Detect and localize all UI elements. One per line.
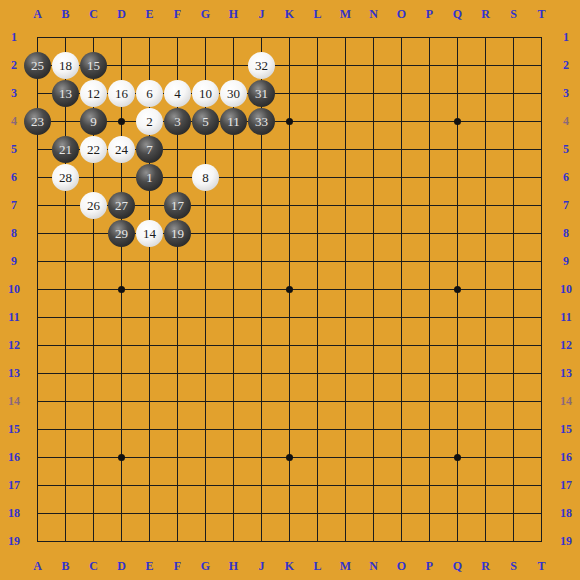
stone-black-C4[interactable]: 9 [80, 108, 107, 135]
coord-label-row-12: 12 [552, 332, 580, 360]
coord-label-col-S: S [500, 0, 528, 28]
coord-label-row-3: 3 [0, 80, 28, 108]
coord-label-col-C: C [80, 552, 108, 580]
stone-white-D3[interactable]: 16 [108, 80, 135, 107]
coord-label-col-L: L [304, 552, 332, 580]
coord-label-col-B: B [52, 552, 80, 580]
coord-label-col-A: A [24, 552, 52, 580]
coord-label-row-9: 9 [0, 248, 28, 276]
coord-label-row-8: 8 [552, 220, 580, 248]
move-number: 26 [87, 199, 100, 212]
move-number: 11 [227, 115, 240, 128]
coord-label-col-R: R [472, 0, 500, 28]
coord-label-col-K: K [276, 0, 304, 28]
stone-black-H4[interactable]: 11 [220, 108, 247, 135]
move-number: 10 [199, 87, 212, 100]
stone-black-D8[interactable]: 29 [108, 220, 135, 247]
coord-label-row-15: 15 [0, 416, 28, 444]
stone-black-F8[interactable]: 19 [164, 220, 191, 247]
move-number: 30 [227, 87, 240, 100]
move-number: 22 [87, 143, 100, 156]
column-labels-top: ABCDEFGHJKLMNOPQRST [24, 0, 556, 28]
move-number: 33 [255, 115, 268, 128]
row-labels-left: 12345678910111213141516171819 [0, 24, 28, 556]
coord-label-row-19: 19 [0, 528, 28, 556]
coord-label-col-H: H [220, 0, 248, 28]
move-number: 3 [174, 115, 181, 128]
coord-label-row-15: 15 [552, 416, 580, 444]
coord-label-col-P: P [416, 0, 444, 28]
coord-label-row-11: 11 [0, 304, 28, 332]
coord-label-row-13: 13 [0, 360, 28, 388]
coord-label-row-11: 11 [552, 304, 580, 332]
coord-label-col-G: G [192, 552, 220, 580]
stone-black-B3[interactable]: 13 [52, 80, 79, 107]
stone-white-F3[interactable]: 4 [164, 80, 191, 107]
coord-label-row-9: 9 [552, 248, 580, 276]
move-number: 8 [202, 171, 209, 184]
coord-label-row-7: 7 [552, 192, 580, 220]
stone-white-C7[interactable]: 26 [80, 192, 107, 219]
move-number: 13 [59, 87, 72, 100]
stone-black-D7[interactable]: 27 [108, 192, 135, 219]
stone-white-E3[interactable]: 6 [136, 80, 163, 107]
move-number: 23 [31, 115, 44, 128]
coord-label-row-17: 17 [552, 472, 580, 500]
move-number: 9 [90, 115, 97, 128]
coord-label-col-K: K [276, 552, 304, 580]
coord-label-col-M: M [332, 552, 360, 580]
move-number: 24 [115, 143, 128, 156]
coord-label-col-F: F [164, 0, 192, 28]
coord-label-row-10: 10 [552, 276, 580, 304]
coord-label-row-4: 4 [552, 108, 580, 136]
move-number: 6 [146, 87, 153, 100]
move-number: 31 [255, 87, 268, 100]
coord-label-col-N: N [360, 552, 388, 580]
go-board[interactable]: 1234567891011121314151617181921222324252… [0, 0, 580, 580]
move-number: 4 [174, 87, 181, 100]
coord-label-col-F: F [164, 552, 192, 580]
stone-white-B6[interactable]: 28 [52, 164, 79, 191]
stone-white-J2[interactable]: 32 [248, 52, 275, 79]
coord-label-row-5: 5 [552, 136, 580, 164]
stone-white-G3[interactable]: 10 [192, 80, 219, 107]
coord-label-row-14: 14 [0, 388, 28, 416]
stone-black-F7[interactable]: 17 [164, 192, 191, 219]
stone-black-A4[interactable]: 23 [24, 108, 51, 135]
coord-label-col-R: R [472, 552, 500, 580]
coord-label-col-G: G [192, 0, 220, 28]
coord-label-col-J: J [248, 0, 276, 28]
coord-label-row-6: 6 [0, 164, 28, 192]
stone-black-B5[interactable]: 21 [52, 136, 79, 163]
coord-label-col-N: N [360, 0, 388, 28]
move-number: 5 [202, 115, 209, 128]
coord-label-row-4: 4 [0, 108, 28, 136]
move-number: 14 [143, 227, 156, 240]
stone-black-G4[interactable]: 5 [192, 108, 219, 135]
coord-label-col-E: E [136, 552, 164, 580]
coord-label-col-H: H [220, 552, 248, 580]
coord-label-row-1: 1 [0, 24, 28, 52]
coord-label-col-O: O [388, 552, 416, 580]
coord-label-col-C: C [80, 0, 108, 28]
move-number: 12 [87, 87, 100, 100]
coord-label-col-T: T [528, 552, 556, 580]
coord-label-col-Q: Q [444, 0, 472, 28]
coord-label-col-O: O [388, 0, 416, 28]
coord-label-row-10: 10 [0, 276, 28, 304]
row-labels-right: 12345678910111213141516171819 [552, 24, 580, 556]
stone-white-D5[interactable]: 24 [108, 136, 135, 163]
stone-black-A2[interactable]: 25 [24, 52, 51, 79]
coord-label-col-B: B [52, 0, 80, 28]
move-number: 2 [146, 115, 153, 128]
coord-label-col-P: P [416, 552, 444, 580]
stone-white-C5[interactable]: 22 [80, 136, 107, 163]
move-number: 15 [87, 59, 100, 72]
coord-label-col-D: D [108, 552, 136, 580]
stone-white-C3[interactable]: 12 [80, 80, 107, 107]
coord-label-col-M: M [332, 0, 360, 28]
coord-label-row-16: 16 [552, 444, 580, 472]
coord-label-col-E: E [136, 0, 164, 28]
stone-black-E5[interactable]: 7 [136, 136, 163, 163]
coord-label-col-S: S [500, 552, 528, 580]
coord-label-row-19: 19 [552, 528, 580, 556]
move-number: 7 [146, 143, 153, 156]
coord-label-col-D: D [108, 0, 136, 28]
stone-black-C2[interactable]: 15 [80, 52, 107, 79]
coord-label-row-1: 1 [552, 24, 580, 52]
move-number: 27 [115, 199, 128, 212]
move-number: 21 [59, 143, 72, 156]
coord-label-row-17: 17 [0, 472, 28, 500]
coord-label-row-13: 13 [552, 360, 580, 388]
coord-label-row-6: 6 [552, 164, 580, 192]
move-number: 1 [146, 171, 153, 184]
coord-label-row-7: 7 [0, 192, 28, 220]
coord-label-row-18: 18 [552, 500, 580, 528]
move-number: 16 [115, 87, 128, 100]
move-number: 17 [171, 199, 184, 212]
coord-label-row-16: 16 [0, 444, 28, 472]
stones-grid: 1234567891011121314151617181921222324252… [24, 24, 556, 556]
coord-label-row-18: 18 [0, 500, 28, 528]
column-labels-bottom: ABCDEFGHJKLMNOPQRST [24, 552, 556, 580]
move-number: 19 [171, 227, 184, 240]
stone-white-H3[interactable]: 30 [220, 80, 247, 107]
move-number: 18 [59, 59, 72, 72]
coord-label-row-3: 3 [552, 80, 580, 108]
coord-label-row-2: 2 [552, 52, 580, 80]
stone-white-B2[interactable]: 18 [52, 52, 79, 79]
stone-white-G6[interactable]: 8 [192, 164, 219, 191]
stone-black-J3[interactable]: 31 [248, 80, 275, 107]
coord-label-row-2: 2 [0, 52, 28, 80]
move-number: 28 [59, 171, 72, 184]
stone-black-J4[interactable]: 33 [248, 108, 275, 135]
coord-label-col-J: J [248, 552, 276, 580]
move-number: 25 [31, 59, 44, 72]
stone-white-E8[interactable]: 14 [136, 220, 163, 247]
stone-black-F4[interactable]: 3 [164, 108, 191, 135]
move-number: 29 [115, 227, 128, 240]
coord-label-row-12: 12 [0, 332, 28, 360]
move-number: 32 [255, 59, 268, 72]
coord-label-col-L: L [304, 0, 332, 28]
coord-label-row-14: 14 [552, 388, 580, 416]
coord-label-row-5: 5 [0, 136, 28, 164]
coord-label-col-Q: Q [444, 552, 472, 580]
stone-black-E6[interactable]: 1 [136, 164, 163, 191]
coord-label-row-8: 8 [0, 220, 28, 248]
stone-white-E4[interactable]: 2 [136, 108, 163, 135]
